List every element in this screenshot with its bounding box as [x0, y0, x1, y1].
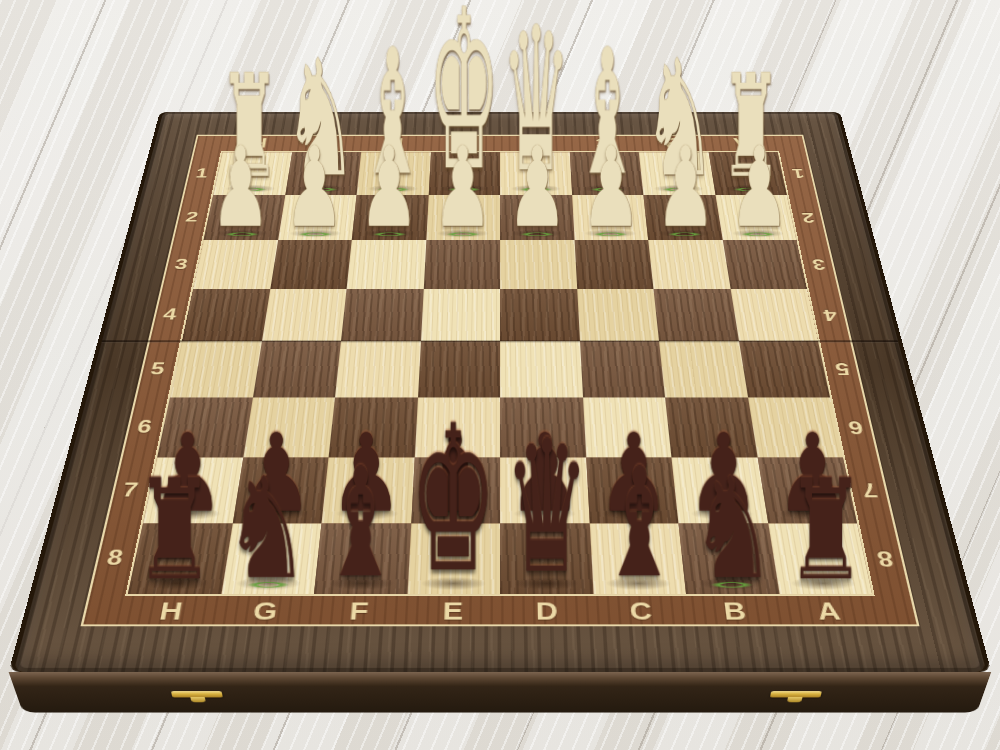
brass-latch-left[interactable]: [170, 691, 222, 697]
file-labels-top: HGFEDCBA: [223, 135, 778, 151]
square-g3[interactable]: [270, 240, 352, 289]
black-bishop-f8: ♝: [321, 452, 400, 596]
square-d5[interactable]: [500, 341, 582, 397]
square-d3[interactable]: [500, 240, 577, 289]
black-king-e8: ♚: [410, 404, 497, 596]
file-label: G: [292, 135, 363, 151]
brass-latch-right[interactable]: [770, 691, 822, 697]
square-d4[interactable]: [500, 289, 580, 341]
square-h8[interactable]: ♜: [128, 523, 232, 594]
square-f3[interactable]: [347, 240, 426, 289]
square-f2[interactable]: ♟: [352, 195, 429, 240]
square-a3[interactable]: [722, 240, 807, 289]
file-label: E: [431, 135, 500, 151]
square-f8[interactable]: ♝: [314, 523, 411, 594]
square-g8[interactable]: ♞: [221, 523, 322, 594]
square-e4[interactable]: [421, 289, 501, 341]
square-d2[interactable]: ♟: [500, 195, 574, 240]
square-f4[interactable]: [341, 289, 423, 341]
file-label: H: [223, 135, 295, 151]
scene: HGFEDCBA HGFEDCBA 12345678 12345678 ♜♞♝♚…: [0, 0, 1000, 750]
file-label: A: [705, 135, 777, 151]
square-f5[interactable]: [335, 341, 420, 397]
file-label: B: [637, 135, 708, 151]
square-b2[interactable]: ♟: [643, 195, 722, 240]
square-b5[interactable]: [659, 341, 747, 397]
square-c3[interactable]: [574, 240, 653, 289]
square-a2[interactable]: ♟: [715, 195, 796, 240]
file-label: D: [500, 135, 569, 151]
case-top-surface: HGFEDCBA HGFEDCBA 12345678 12345678 ♜♞♝♚…: [13, 112, 986, 672]
file-label: C: [568, 135, 638, 151]
square-e3[interactable]: [423, 240, 500, 289]
square-d8[interactable]: ♛: [500, 523, 593, 594]
white-pawn-d2: ♟: [507, 136, 567, 241]
file-label: F: [361, 135, 431, 151]
case-edge-molding: [9, 672, 992, 686]
square-g5[interactable]: [253, 341, 341, 397]
white-pawn-g2: ♟: [284, 136, 344, 241]
square-b3[interactable]: [648, 240, 730, 289]
white-pawn-f2: ♟: [359, 136, 419, 241]
white-pawn-e2: ♟: [433, 136, 493, 241]
white-pawn-b2: ♟: [655, 136, 715, 241]
black-rook-a8: ♜: [786, 464, 866, 596]
square-e8[interactable]: ♚: [407, 523, 500, 594]
square-h5[interactable]: [170, 341, 261, 397]
black-bishop-c8: ♝: [600, 452, 679, 596]
square-a5[interactable]: [739, 341, 830, 397]
hinge-fold-seam: [102, 340, 899, 342]
square-a8[interactable]: ♜: [768, 523, 872, 594]
square-g2[interactable]: ♟: [278, 195, 357, 240]
black-queen-d8: ♛: [504, 422, 589, 596]
black-rook-h8: ♜: [134, 464, 214, 596]
case-front-face: [9, 672, 992, 713]
square-c8[interactable]: ♝: [589, 523, 686, 594]
square-c4[interactable]: [577, 289, 659, 341]
squares-grid: ♜♞♝♚♛♝♞♜♟♟♟♟♟♟♟♟♟♟♟♟♟♟♟♟♜♞♝♚♛♝♞♜: [125, 151, 875, 596]
table-surface: HGFEDCBA HGFEDCBA 12345678 12345678 ♜♞♝♚…: [0, 0, 1000, 750]
white-pawn-c2: ♟: [581, 136, 641, 241]
square-h3[interactable]: [193, 240, 278, 289]
square-h4[interactable]: [182, 289, 270, 341]
black-knight-g8: ♞: [225, 463, 310, 596]
square-h2[interactable]: ♟: [204, 195, 285, 240]
square-b4[interactable]: [653, 289, 738, 341]
square-e2[interactable]: ♟: [426, 195, 500, 240]
white-pawn-h2: ♟: [210, 136, 270, 241]
black-knight-b8: ♞: [690, 463, 775, 596]
chess-case: HGFEDCBA HGFEDCBA 12345678 12345678 ♜♞♝♚…: [13, 112, 986, 672]
square-c2[interactable]: ♟: [572, 195, 649, 240]
square-c5[interactable]: [580, 341, 665, 397]
square-b8[interactable]: ♞: [678, 523, 779, 594]
square-a4[interactable]: [730, 289, 818, 341]
square-g4[interactable]: [262, 289, 347, 341]
